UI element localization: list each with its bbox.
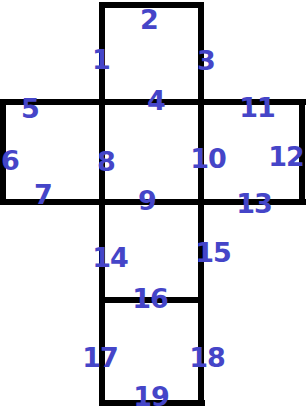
edge-label-1: 1 (92, 46, 110, 73)
edge-label-19: 19 (133, 383, 169, 408)
edge-label-2: 2 (140, 6, 158, 33)
edge-label-10: 10 (190, 145, 226, 172)
edge-label-18: 18 (189, 344, 225, 371)
edge-label-3: 3 (197, 47, 215, 74)
edge-label-8: 8 (97, 148, 115, 175)
edge-label-7: 7 (34, 181, 52, 208)
edge-label-6: 6 (1, 147, 19, 174)
edge-label-9: 9 (138, 187, 156, 214)
edge-label-12: 12 (268, 143, 304, 170)
edge-label-14: 14 (92, 244, 128, 271)
edge-label-5: 5 (21, 95, 39, 122)
edge-label-16: 16 (132, 285, 168, 312)
edge-label-13: 13 (236, 190, 272, 217)
cube-net-diagram: 1 2 3 4 5 6 7 8 9 10 11 12 13 14 15 16 1… (0, 0, 306, 408)
edge-label-11: 11 (239, 94, 275, 121)
edge-label-15: 15 (195, 239, 231, 266)
edge-label-17: 17 (82, 344, 118, 371)
edge-label-4: 4 (147, 87, 165, 114)
